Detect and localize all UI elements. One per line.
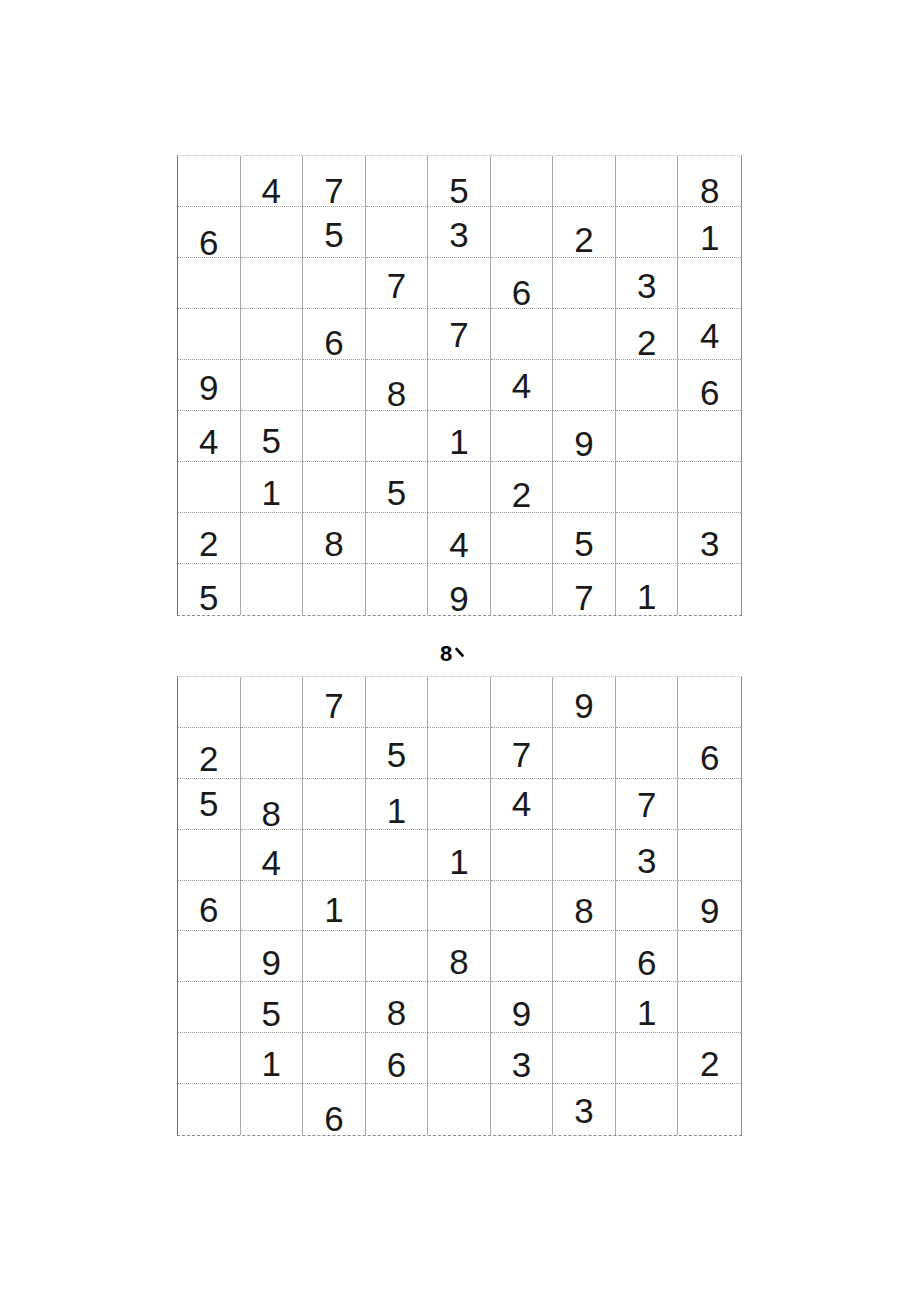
given-digit: 6 — [700, 740, 719, 775]
given-digit: 1 — [262, 475, 281, 510]
cell-r9c6 — [491, 1084, 554, 1135]
given-digit: 3 — [637, 843, 656, 878]
cell-r9c8: 1 — [616, 564, 679, 615]
cell-r1c8 — [616, 156, 679, 207]
cell-r8c2 — [241, 513, 304, 564]
cell-r2c8 — [616, 207, 679, 258]
given-digit: 3 — [512, 1047, 531, 1082]
given-digit: 6 — [700, 375, 719, 410]
cell-r8c1: 2 — [178, 513, 241, 564]
cell-r3c5 — [428, 258, 491, 309]
given-digit: 7 — [512, 737, 531, 772]
cell-r2c4 — [366, 207, 429, 258]
cell-r5c7: 8 — [553, 881, 616, 932]
given-digit: 7 — [324, 173, 343, 208]
given-digit: 2 — [199, 741, 218, 776]
cell-r1c5: 5 — [428, 156, 491, 207]
cell-r7c7 — [553, 462, 616, 513]
cell-r7c4: 5 — [366, 462, 429, 513]
cell-r3c7 — [553, 258, 616, 309]
given-digit: 7 — [574, 580, 593, 615]
cell-r5c9: 6 — [678, 360, 741, 411]
cell-r1c1 — [178, 156, 241, 207]
cell-r9c4 — [366, 1084, 429, 1135]
cell-r6c4 — [366, 411, 429, 462]
cell-r4c3: 6 — [303, 309, 366, 360]
given-digit: 1 — [637, 579, 656, 614]
cell-r3c1 — [178, 258, 241, 309]
cell-r8c7 — [553, 1033, 616, 1084]
cell-r1c7 — [553, 156, 616, 207]
given-digit: 8 — [574, 893, 593, 928]
given-digit: 5 — [574, 526, 593, 561]
cell-r6c3 — [303, 931, 366, 982]
cell-r1c9: 8 — [678, 156, 741, 207]
given-digit: 7 — [387, 268, 406, 303]
given-digit: 1 — [324, 892, 343, 927]
given-digit: 3 — [637, 268, 656, 303]
given-digit: 3 — [574, 1093, 593, 1128]
cell-r4c5: 1 — [428, 830, 491, 881]
cell-r6c6 — [491, 411, 554, 462]
cell-r8c5 — [428, 1033, 491, 1084]
cell-r3c8: 7 — [616, 779, 679, 830]
cell-r8c9: 2 — [678, 1033, 741, 1084]
cell-r3c1: 5 — [178, 779, 241, 830]
given-digit: 5 — [199, 580, 218, 615]
given-digit: 8 — [324, 526, 343, 561]
given-digit: 4 — [262, 845, 281, 880]
cell-r4c7 — [553, 830, 616, 881]
cell-r2c2 — [241, 728, 304, 779]
cell-r3c2 — [241, 258, 304, 309]
cell-r9c7: 3 — [553, 1084, 616, 1135]
dun-comma-mark — [453, 641, 466, 667]
given-digit: 2 — [637, 325, 656, 360]
given-digit: 7 — [637, 787, 656, 822]
cell-r6c3 — [303, 411, 366, 462]
cell-r5c8 — [616, 881, 679, 932]
cell-r5c9: 9 — [678, 881, 741, 932]
cell-r3c6: 6 — [491, 258, 554, 309]
given-digit: 1 — [387, 793, 406, 828]
cell-r8c6: 3 — [491, 1033, 554, 1084]
cell-r4c1 — [178, 830, 241, 881]
cell-r7c7 — [553, 982, 616, 1033]
cell-r3c8: 3 — [616, 258, 679, 309]
cell-r8c4: 6 — [366, 1033, 429, 1084]
cell-r5c2 — [241, 360, 304, 411]
given-digit: 8 — [262, 796, 281, 831]
cell-r6c2: 9 — [241, 931, 304, 982]
given-digit: 6 — [324, 325, 343, 360]
cell-r7c8: 1 — [616, 982, 679, 1033]
cell-r8c3 — [303, 1033, 366, 1084]
given-digit: 1 — [700, 220, 719, 255]
cell-r4c4 — [366, 309, 429, 360]
cell-r2c3: 5 — [303, 207, 366, 258]
given-digit: 7 — [324, 688, 343, 723]
cell-r2c5 — [428, 728, 491, 779]
puzzle-number-text: 8 — [440, 641, 452, 666]
cell-r1c2 — [241, 677, 304, 728]
cell-r4c8: 3 — [616, 830, 679, 881]
cell-r8c3: 8 — [303, 513, 366, 564]
cell-r6c7: 9 — [553, 411, 616, 462]
given-digit: 8 — [700, 173, 719, 208]
cell-r9c3: 6 — [303, 1084, 366, 1135]
cell-r2c5: 3 — [428, 207, 491, 258]
cell-r3c4: 1 — [366, 779, 429, 830]
cell-r7c4: 8 — [366, 982, 429, 1033]
cell-r1c9 — [678, 677, 741, 728]
cell-r6c4 — [366, 931, 429, 982]
cell-r3c7 — [553, 779, 616, 830]
cell-r2c9: 6 — [678, 728, 741, 779]
cell-r7c9 — [678, 462, 741, 513]
cell-r8c5: 4 — [428, 513, 491, 564]
cell-r4c9 — [678, 830, 741, 881]
cell-r7c5 — [428, 982, 491, 1033]
cell-r5c5 — [428, 360, 491, 411]
sudoku-grid-bottom: 7925765814741361899865891163263 — [177, 676, 742, 1136]
cell-r5c5 — [428, 881, 491, 932]
cell-r9c2 — [241, 564, 304, 615]
sudoku-worksheet-page: 475865321763672498464519152284535971 8 7… — [0, 0, 920, 1303]
given-digit: 8 — [387, 376, 406, 411]
cell-r8c9: 3 — [678, 513, 741, 564]
given-digit: 3 — [700, 526, 719, 561]
cell-r4c3 — [303, 830, 366, 881]
given-digit: 6 — [637, 945, 656, 980]
cell-r3c3 — [303, 258, 366, 309]
given-digit: 2 — [512, 477, 531, 512]
given-digit: 5 — [262, 423, 281, 458]
given-digit: 9 — [449, 581, 468, 616]
cell-r5c4: 8 — [366, 360, 429, 411]
given-digit: 6 — [324, 1101, 343, 1136]
cell-r3c2: 8 — [241, 779, 304, 830]
cell-r2c7: 2 — [553, 207, 616, 258]
given-digit: 5 — [387, 475, 406, 510]
cell-r6c8: 6 — [616, 931, 679, 982]
given-digit: 4 — [449, 527, 468, 562]
cell-r8c8 — [616, 513, 679, 564]
cell-r8c4 — [366, 513, 429, 564]
given-digit: 9 — [574, 426, 593, 461]
cell-r9c1 — [178, 1084, 241, 1135]
given-digit: 1 — [262, 1046, 281, 1081]
given-digit: 5 — [449, 173, 468, 208]
given-digit: 8 — [449, 944, 468, 979]
cell-r5c6 — [491, 881, 554, 932]
cell-r9c4 — [366, 564, 429, 615]
cell-r8c6 — [491, 513, 554, 564]
given-digit: 1 — [637, 995, 656, 1030]
cell-r6c6 — [491, 931, 554, 982]
cell-r2c6: 7 — [491, 728, 554, 779]
given-digit: 6 — [512, 275, 531, 310]
cell-r5c4 — [366, 881, 429, 932]
cell-r9c9 — [678, 564, 741, 615]
cell-r6c9 — [678, 411, 741, 462]
cell-r5c7 — [553, 360, 616, 411]
cell-r9c9 — [678, 1084, 741, 1135]
cell-r1c3: 7 — [303, 677, 366, 728]
cell-r1c3: 7 — [303, 156, 366, 207]
cell-r2c7 — [553, 728, 616, 779]
cell-r6c5: 1 — [428, 411, 491, 462]
given-digit: 4 — [512, 786, 531, 821]
given-digit: 4 — [700, 318, 719, 353]
given-digit: 5 — [387, 737, 406, 772]
puzzle-number-label: 8 — [177, 641, 729, 667]
given-digit: 2 — [574, 222, 593, 257]
cell-r7c6: 2 — [491, 462, 554, 513]
cell-r2c2 — [241, 207, 304, 258]
cell-r4c6 — [491, 309, 554, 360]
cell-r5c2 — [241, 881, 304, 932]
cell-r5c3 — [303, 360, 366, 411]
cell-r1c1 — [178, 677, 241, 728]
given-digit: 9 — [700, 893, 719, 928]
cell-r8c7: 5 — [553, 513, 616, 564]
cell-r6c5: 8 — [428, 931, 491, 982]
cell-r3c9 — [678, 779, 741, 830]
cell-r3c5 — [428, 779, 491, 830]
cell-r2c1: 6 — [178, 207, 241, 258]
cell-r8c1 — [178, 1033, 241, 1084]
given-digit: 2 — [199, 526, 218, 561]
cell-r5c1: 9 — [178, 360, 241, 411]
cell-r3c9 — [678, 258, 741, 309]
cell-r2c4: 5 — [366, 728, 429, 779]
given-digit: 9 — [512, 996, 531, 1031]
cell-r7c3 — [303, 982, 366, 1033]
cell-r9c8 — [616, 1084, 679, 1135]
cell-r7c2: 5 — [241, 982, 304, 1033]
cell-r8c8 — [616, 1033, 679, 1084]
cell-r4c7 — [553, 309, 616, 360]
cell-r8c2: 1 — [241, 1033, 304, 1084]
cell-r2c8 — [616, 728, 679, 779]
cell-r6c2: 5 — [241, 411, 304, 462]
given-digit: 4 — [262, 173, 281, 208]
cell-r9c5 — [428, 1084, 491, 1135]
given-digit: 6 — [199, 892, 218, 927]
cell-r6c7 — [553, 931, 616, 982]
cell-r4c1 — [178, 309, 241, 360]
cell-r2c6 — [491, 207, 554, 258]
cell-r6c8 — [616, 411, 679, 462]
cell-r9c7: 7 — [553, 564, 616, 615]
sudoku-grid-top: 475865321763672498464519152284535971 — [177, 155, 742, 616]
cell-r2c3 — [303, 728, 366, 779]
cell-r4c5: 7 — [428, 309, 491, 360]
cell-r1c6 — [491, 677, 554, 728]
given-digit: 9 — [262, 945, 281, 980]
given-digit: 1 — [449, 424, 468, 459]
cell-r1c2: 4 — [241, 156, 304, 207]
cell-r1c8 — [616, 677, 679, 728]
cell-r1c4 — [366, 156, 429, 207]
cell-r4c8: 2 — [616, 309, 679, 360]
cell-r7c5 — [428, 462, 491, 513]
cell-r3c4: 7 — [366, 258, 429, 309]
cell-r4c2 — [241, 309, 304, 360]
cell-r4c9: 4 — [678, 309, 741, 360]
cell-r9c1: 5 — [178, 564, 241, 615]
cell-r3c3 — [303, 779, 366, 830]
given-digit: 9 — [199, 370, 218, 405]
cell-r7c3 — [303, 462, 366, 513]
given-digit: 8 — [387, 995, 406, 1030]
given-digit: 1 — [449, 844, 468, 879]
cell-r2c9: 1 — [678, 207, 741, 258]
cell-r4c2: 4 — [241, 830, 304, 881]
given-digit: 3 — [449, 217, 468, 252]
given-digit: 4 — [512, 368, 531, 403]
cell-r5c6: 4 — [491, 360, 554, 411]
cell-r7c9 — [678, 982, 741, 1033]
cell-r9c2 — [241, 1084, 304, 1135]
cell-r7c1 — [178, 982, 241, 1033]
cell-r4c6 — [491, 830, 554, 881]
given-digit: 6 — [199, 225, 218, 260]
cell-r5c8 — [616, 360, 679, 411]
cell-r1c4 — [366, 677, 429, 728]
cell-r7c8 — [616, 462, 679, 513]
cell-r6c9 — [678, 931, 741, 982]
cell-r5c1: 6 — [178, 881, 241, 932]
cell-r6c1: 4 — [178, 411, 241, 462]
given-digit: 5 — [199, 786, 218, 821]
cell-r2c1: 2 — [178, 728, 241, 779]
cell-r6c1 — [178, 931, 241, 982]
given-digit: 9 — [574, 688, 593, 723]
cell-r1c6 — [491, 156, 554, 207]
given-digit: 6 — [387, 1047, 406, 1082]
cell-r1c7: 9 — [553, 677, 616, 728]
cell-r9c3 — [303, 564, 366, 615]
cell-r1c5 — [428, 677, 491, 728]
given-digit: 5 — [324, 217, 343, 252]
cell-r4c4 — [366, 830, 429, 881]
cell-r3c6: 4 — [491, 779, 554, 830]
cell-r7c6: 9 — [491, 982, 554, 1033]
given-digit: 2 — [700, 1046, 719, 1081]
given-digit: 7 — [449, 317, 468, 352]
given-digit: 4 — [199, 424, 218, 459]
cell-r9c5: 9 — [428, 564, 491, 615]
cell-r9c6 — [491, 564, 554, 615]
cell-r7c2: 1 — [241, 462, 304, 513]
cell-r7c1 — [178, 462, 241, 513]
given-digit: 5 — [262, 996, 281, 1031]
cell-r5c3: 1 — [303, 881, 366, 932]
